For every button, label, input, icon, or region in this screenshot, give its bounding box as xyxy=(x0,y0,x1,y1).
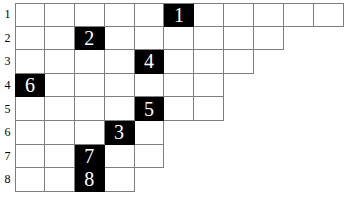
white-cell[interactable] xyxy=(135,145,165,169)
black-cell-2: 2 xyxy=(75,27,105,51)
white-cell[interactable] xyxy=(45,50,75,74)
row-label: 3 xyxy=(0,50,15,74)
white-cell[interactable] xyxy=(75,121,105,145)
white-cell[interactable] xyxy=(15,3,45,27)
white-cell[interactable] xyxy=(105,97,135,121)
white-cell[interactable] xyxy=(15,145,45,169)
row-label: 5 xyxy=(0,97,15,121)
white-cell[interactable] xyxy=(15,27,45,51)
white-cell[interactable] xyxy=(194,97,224,121)
white-cell[interactable] xyxy=(194,74,224,98)
white-cell[interactable] xyxy=(314,3,344,27)
puzzle-screen: 1122344655637788 xyxy=(0,0,349,197)
board-row-2: 22 xyxy=(0,27,349,51)
white-cell[interactable] xyxy=(15,168,45,192)
row-label: 7 xyxy=(0,145,15,169)
white-cell[interactable] xyxy=(284,3,314,27)
white-cell[interactable] xyxy=(15,50,45,74)
board-row-8: 88 xyxy=(0,168,349,192)
black-cell-6: 6 xyxy=(15,74,45,98)
white-cell[interactable] xyxy=(135,27,165,51)
white-cell[interactable] xyxy=(194,3,224,27)
white-cell[interactable] xyxy=(224,3,254,27)
white-cell[interactable] xyxy=(45,168,75,192)
white-cell[interactable] xyxy=(164,50,194,74)
white-cell[interactable] xyxy=(105,145,135,169)
black-cell-3: 3 xyxy=(105,121,135,145)
black-cell-5: 5 xyxy=(135,97,165,121)
white-cell[interactable] xyxy=(105,168,135,192)
white-cell[interactable] xyxy=(45,3,75,27)
white-cell[interactable] xyxy=(75,97,105,121)
row-label: 4 xyxy=(0,74,15,98)
black-cell-1: 1 xyxy=(164,3,194,27)
white-cell[interactable] xyxy=(45,97,75,121)
black-cell-4: 4 xyxy=(135,50,165,74)
white-cell[interactable] xyxy=(45,121,75,145)
white-cell[interactable] xyxy=(194,27,224,51)
white-cell[interactable] xyxy=(45,145,75,169)
white-cell[interactable] xyxy=(135,74,165,98)
black-cell-7: 7 xyxy=(75,145,105,169)
board-row-5: 55 xyxy=(0,97,349,121)
white-cell[interactable] xyxy=(15,121,45,145)
board-row-1: 11 xyxy=(0,3,349,27)
board-row-7: 77 xyxy=(0,145,349,169)
white-cell[interactable] xyxy=(135,3,165,27)
white-cell[interactable] xyxy=(164,97,194,121)
board-row-3: 34 xyxy=(0,50,349,74)
white-cell[interactable] xyxy=(254,3,284,27)
black-cell-8: 8 xyxy=(75,168,105,192)
white-cell[interactable] xyxy=(105,74,135,98)
white-cell[interactable] xyxy=(164,27,194,51)
white-cell[interactable] xyxy=(45,27,75,51)
board-row-6: 63 xyxy=(0,121,349,145)
white-cell[interactable] xyxy=(224,27,254,51)
row-label: 1 xyxy=(0,3,15,27)
row-label: 2 xyxy=(0,27,15,51)
white-cell[interactable] xyxy=(224,50,254,74)
row-label: 8 xyxy=(0,168,15,192)
white-cell[interactable] xyxy=(135,121,165,145)
puzzle-board: 1122344655637788 xyxy=(0,0,349,192)
white-cell[interactable] xyxy=(15,97,45,121)
board-row-4: 46 xyxy=(0,74,349,98)
white-cell[interactable] xyxy=(254,27,284,51)
white-cell[interactable] xyxy=(75,3,105,27)
white-cell[interactable] xyxy=(105,3,135,27)
white-cell[interactable] xyxy=(45,74,75,98)
white-cell[interactable] xyxy=(194,50,224,74)
row-label: 6 xyxy=(0,121,15,145)
white-cell[interactable] xyxy=(75,74,105,98)
white-cell[interactable] xyxy=(75,50,105,74)
white-cell[interactable] xyxy=(164,74,194,98)
white-cell[interactable] xyxy=(105,27,135,51)
white-cell[interactable] xyxy=(105,50,135,74)
